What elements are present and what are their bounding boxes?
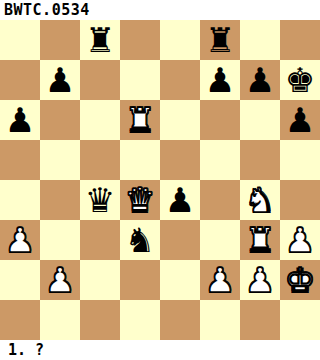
black-pawn-icon: ♟ xyxy=(5,100,35,140)
square-e3[interactable] xyxy=(160,220,200,260)
white-pawn-icon: ♟ xyxy=(45,260,75,300)
square-e1[interactable] xyxy=(160,300,200,340)
black-pawn-icon: ♟ xyxy=(205,60,235,100)
black-rook-icon: ♜ xyxy=(85,20,115,60)
square-e5[interactable] xyxy=(160,140,200,180)
black-rook-icon: ♜ xyxy=(205,20,235,60)
square-a3[interactable]: ♟ xyxy=(0,220,40,260)
white-pawn-icon: ♟ xyxy=(285,220,315,260)
square-h5[interactable] xyxy=(280,140,320,180)
square-b2[interactable]: ♟ xyxy=(40,260,80,300)
square-c8[interactable]: ♜ xyxy=(80,20,120,60)
square-d6[interactable]: ♜ xyxy=(120,100,160,140)
square-h8[interactable] xyxy=(280,20,320,60)
chess-board: ♜♜♟♟♟♚♟♜♟♛♛♟♞♟♞♜♟♟♟♟♚ xyxy=(0,20,320,340)
white-knight-icon: ♞ xyxy=(245,180,275,220)
square-g1[interactable] xyxy=(240,300,280,340)
square-d3[interactable]: ♞ xyxy=(120,220,160,260)
square-a5[interactable] xyxy=(0,140,40,180)
square-h6[interactable]: ♟ xyxy=(280,100,320,140)
square-f5[interactable] xyxy=(200,140,240,180)
puzzle-id: BWTC.0534 xyxy=(0,0,90,20)
black-pawn-icon: ♟ xyxy=(45,60,75,100)
square-a8[interactable] xyxy=(0,20,40,60)
square-e8[interactable] xyxy=(160,20,200,60)
square-b1[interactable] xyxy=(40,300,80,340)
square-c5[interactable] xyxy=(80,140,120,180)
white-rook-icon: ♜ xyxy=(245,220,275,260)
white-rook-icon: ♜ xyxy=(125,100,155,140)
square-h2[interactable]: ♚ xyxy=(280,260,320,300)
square-g6[interactable] xyxy=(240,100,280,140)
square-e6[interactable] xyxy=(160,100,200,140)
square-a1[interactable] xyxy=(0,300,40,340)
square-e4[interactable]: ♟ xyxy=(160,180,200,220)
square-b6[interactable] xyxy=(40,100,80,140)
square-e7[interactable] xyxy=(160,60,200,100)
square-d1[interactable] xyxy=(120,300,160,340)
square-d5[interactable] xyxy=(120,140,160,180)
square-h1[interactable] xyxy=(280,300,320,340)
white-king-icon: ♚ xyxy=(285,260,315,300)
square-c7[interactable] xyxy=(80,60,120,100)
black-queen-icon: ♛ xyxy=(85,180,115,220)
square-a4[interactable] xyxy=(0,180,40,220)
square-d7[interactable] xyxy=(120,60,160,100)
square-g5[interactable] xyxy=(240,140,280,180)
square-d4[interactable]: ♛ xyxy=(120,180,160,220)
black-pawn-icon: ♟ xyxy=(245,60,275,100)
square-d8[interactable] xyxy=(120,20,160,60)
white-queen-icon: ♛ xyxy=(125,180,155,220)
square-g7[interactable]: ♟ xyxy=(240,60,280,100)
square-f6[interactable] xyxy=(200,100,240,140)
square-f3[interactable] xyxy=(200,220,240,260)
square-h4[interactable] xyxy=(280,180,320,220)
square-f1[interactable] xyxy=(200,300,240,340)
square-g3[interactable]: ♜ xyxy=(240,220,280,260)
square-c3[interactable] xyxy=(80,220,120,260)
square-b8[interactable] xyxy=(40,20,80,60)
square-c4[interactable]: ♛ xyxy=(80,180,120,220)
white-pawn-icon: ♟ xyxy=(5,220,35,260)
square-h3[interactable]: ♟ xyxy=(280,220,320,260)
square-f8[interactable]: ♜ xyxy=(200,20,240,60)
square-g2[interactable]: ♟ xyxy=(240,260,280,300)
white-pawn-icon: ♟ xyxy=(205,260,235,300)
square-b4[interactable] xyxy=(40,180,80,220)
title-bar: BWTC.0534 xyxy=(0,0,320,20)
black-knight-icon: ♞ xyxy=(125,220,155,260)
square-a2[interactable] xyxy=(0,260,40,300)
square-d2[interactable] xyxy=(120,260,160,300)
square-b7[interactable]: ♟ xyxy=(40,60,80,100)
footer-bar: 1. ? xyxy=(0,340,320,360)
black-pawn-icon: ♟ xyxy=(165,180,195,220)
white-pawn-icon: ♟ xyxy=(245,260,275,300)
chess-puzzle-page: BWTC.0534 ♜♜♟♟♟♚♟♜♟♛♛♟♞♟♞♜♟♟♟♟♚ 1. ? xyxy=(0,0,320,360)
square-c6[interactable] xyxy=(80,100,120,140)
square-f4[interactable] xyxy=(200,180,240,220)
black-king-icon: ♚ xyxy=(285,60,315,100)
square-g8[interactable] xyxy=(240,20,280,60)
square-c2[interactable] xyxy=(80,260,120,300)
square-a7[interactable] xyxy=(0,60,40,100)
square-b3[interactable] xyxy=(40,220,80,260)
square-g4[interactable]: ♞ xyxy=(240,180,280,220)
black-pawn-icon: ♟ xyxy=(285,100,315,140)
square-h7[interactable]: ♚ xyxy=(280,60,320,100)
square-a6[interactable]: ♟ xyxy=(0,100,40,140)
square-e2[interactable] xyxy=(160,260,200,300)
square-c1[interactable] xyxy=(80,300,120,340)
square-b5[interactable] xyxy=(40,140,80,180)
square-f7[interactable]: ♟ xyxy=(200,60,240,100)
square-f2[interactable]: ♟ xyxy=(200,260,240,300)
move-prompt: 1. ? xyxy=(0,340,44,360)
